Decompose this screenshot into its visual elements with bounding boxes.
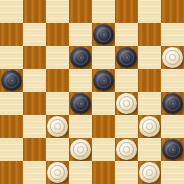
square-g8 <box>138 0 161 23</box>
square-h7 <box>161 23 184 46</box>
black-man-e5[interactable] <box>93 70 114 91</box>
black-man-d6[interactable] <box>70 47 91 68</box>
square-f6[interactable] <box>115 46 138 69</box>
white-man-f4[interactable] <box>116 93 137 114</box>
square-f2[interactable] <box>115 138 138 161</box>
square-c8 <box>46 0 69 23</box>
square-d6[interactable] <box>69 46 92 69</box>
square-a5[interactable] <box>0 69 23 92</box>
square-b6[interactable] <box>23 46 46 69</box>
black-man-a5[interactable] <box>1 70 22 91</box>
square-c5[interactable] <box>46 69 69 92</box>
square-g7[interactable] <box>138 23 161 46</box>
square-g4 <box>138 92 161 115</box>
square-a6 <box>0 46 23 69</box>
square-e5[interactable] <box>92 69 115 92</box>
square-a3[interactable] <box>0 115 23 138</box>
square-g3[interactable] <box>138 115 161 138</box>
square-g2 <box>138 138 161 161</box>
square-d4[interactable] <box>69 92 92 115</box>
square-h3 <box>161 115 184 138</box>
square-e8 <box>92 0 115 23</box>
square-f3 <box>115 115 138 138</box>
square-h8[interactable] <box>161 0 184 23</box>
white-man-f2[interactable] <box>116 139 137 160</box>
square-f1 <box>115 161 138 184</box>
square-h1 <box>161 161 184 184</box>
square-g6 <box>138 46 161 69</box>
black-man-h4[interactable] <box>162 93 183 114</box>
square-d5 <box>69 69 92 92</box>
square-h2[interactable] <box>161 138 184 161</box>
square-a2 <box>0 138 23 161</box>
square-c2 <box>46 138 69 161</box>
white-man-c1[interactable] <box>47 162 68 183</box>
square-d2[interactable] <box>69 138 92 161</box>
square-e7[interactable] <box>92 23 115 46</box>
square-e4 <box>92 92 115 115</box>
square-c7[interactable] <box>46 23 69 46</box>
square-c1[interactable] <box>46 161 69 184</box>
square-e2 <box>92 138 115 161</box>
square-d3 <box>69 115 92 138</box>
square-a1[interactable] <box>0 161 23 184</box>
square-e1[interactable] <box>92 161 115 184</box>
square-a4 <box>0 92 23 115</box>
square-b1 <box>23 161 46 184</box>
square-d1 <box>69 161 92 184</box>
black-man-e7[interactable] <box>93 24 114 45</box>
white-man-g3[interactable] <box>139 116 160 137</box>
square-a7[interactable] <box>0 23 23 46</box>
white-man-d2[interactable] <box>70 139 91 160</box>
white-man-g1[interactable] <box>139 162 160 183</box>
square-h4[interactable] <box>161 92 184 115</box>
square-d8[interactable] <box>69 0 92 23</box>
square-b7 <box>23 23 46 46</box>
square-f8[interactable] <box>115 0 138 23</box>
white-man-h6[interactable] <box>162 47 183 68</box>
square-h5 <box>161 69 184 92</box>
black-man-d4[interactable] <box>70 93 91 114</box>
square-d7 <box>69 23 92 46</box>
square-f7 <box>115 23 138 46</box>
square-b5 <box>23 69 46 92</box>
square-c4 <box>46 92 69 115</box>
square-b3 <box>23 115 46 138</box>
white-man-c3[interactable] <box>47 116 68 137</box>
square-c3[interactable] <box>46 115 69 138</box>
square-f5 <box>115 69 138 92</box>
square-b4[interactable] <box>23 92 46 115</box>
black-man-f6[interactable] <box>116 47 137 68</box>
square-c6 <box>46 46 69 69</box>
square-b8[interactable] <box>23 0 46 23</box>
square-g1[interactable] <box>138 161 161 184</box>
square-f4[interactable] <box>115 92 138 115</box>
square-e3[interactable] <box>92 115 115 138</box>
square-b2[interactable] <box>23 138 46 161</box>
square-g5[interactable] <box>138 69 161 92</box>
square-a8 <box>0 0 23 23</box>
checkers-board <box>0 0 184 184</box>
square-e6 <box>92 46 115 69</box>
square-h6[interactable] <box>161 46 184 69</box>
black-man-h2[interactable] <box>162 139 183 160</box>
